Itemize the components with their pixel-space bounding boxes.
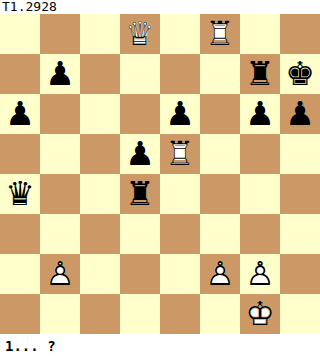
square-c1[interactable] — [80, 294, 120, 334]
square-b4[interactable] — [40, 174, 80, 214]
black-queen-glyph: ♛ — [0, 174, 40, 214]
square-a7[interactable] — [0, 54, 40, 94]
black-pawn-d5[interactable]: ♟ — [120, 134, 160, 174]
square-d8[interactable]: ♛♕ — [120, 14, 160, 54]
square-g4[interactable] — [240, 174, 280, 214]
square-g3[interactable] — [240, 214, 280, 254]
square-a2[interactable] — [0, 254, 40, 294]
white-king-g1[interactable]: ♚♔ — [240, 294, 280, 334]
black-rook-glyph: ♜ — [120, 174, 160, 214]
square-b6[interactable] — [40, 94, 80, 134]
black-king-h7[interactable]: ♚ — [280, 54, 320, 94]
square-d7[interactable] — [120, 54, 160, 94]
square-b8[interactable] — [40, 14, 80, 54]
black-king-glyph: ♚ — [280, 54, 320, 94]
black-queen-a4[interactable]: ♛ — [0, 174, 40, 214]
square-e2[interactable] — [160, 254, 200, 294]
white-pawn-glyph: ♙ — [240, 254, 280, 294]
black-pawn-h6[interactable]: ♟ — [280, 94, 320, 134]
white-queen-glyph: ♕ — [120, 14, 160, 54]
square-g6[interactable]: ♟ — [240, 94, 280, 134]
square-c8[interactable] — [80, 14, 120, 54]
white-rook-e5[interactable]: ♜♖ — [160, 134, 200, 174]
square-f1[interactable] — [200, 294, 240, 334]
square-d5[interactable]: ♟ — [120, 134, 160, 174]
puzzle-title: T1.2928 — [0, 0, 320, 14]
black-rook-d4[interactable]: ♜ — [120, 174, 160, 214]
black-pawn-b7[interactable]: ♟ — [40, 54, 80, 94]
square-h7[interactable]: ♚ — [280, 54, 320, 94]
square-b1[interactable] — [40, 294, 80, 334]
square-f8[interactable]: ♜♖ — [200, 14, 240, 54]
black-pawn-g6[interactable]: ♟ — [240, 94, 280, 134]
square-a5[interactable] — [0, 134, 40, 174]
white-pawn-glyph: ♙ — [40, 254, 80, 294]
square-h8[interactable] — [280, 14, 320, 54]
square-d3[interactable] — [120, 214, 160, 254]
square-a3[interactable] — [0, 214, 40, 254]
square-d1[interactable] — [120, 294, 160, 334]
square-f3[interactable] — [200, 214, 240, 254]
black-pawn-a6[interactable]: ♟ — [0, 94, 40, 134]
black-pawn-glyph: ♟ — [240, 94, 280, 134]
square-g8[interactable] — [240, 14, 280, 54]
square-f4[interactable] — [200, 174, 240, 214]
square-h5[interactable] — [280, 134, 320, 174]
square-c7[interactable] — [80, 54, 120, 94]
square-c3[interactable] — [80, 214, 120, 254]
square-a8[interactable] — [0, 14, 40, 54]
white-queen-d8[interactable]: ♛♕ — [120, 14, 160, 54]
black-pawn-glyph: ♟ — [160, 94, 200, 134]
chess-board: ♛♕♜♖♟♜♚♟♟♟♟♟♜♖♛♜♟♙♟♙♟♙♚♔ — [0, 14, 320, 334]
square-h1[interactable] — [280, 294, 320, 334]
white-pawn-b2[interactable]: ♟♙ — [40, 254, 80, 294]
black-pawn-glyph: ♟ — [120, 134, 160, 174]
square-a1[interactable] — [0, 294, 40, 334]
white-rook-glyph: ♖ — [160, 134, 200, 174]
square-c5[interactable] — [80, 134, 120, 174]
square-b3[interactable] — [40, 214, 80, 254]
square-e6[interactable]: ♟ — [160, 94, 200, 134]
square-a6[interactable]: ♟ — [0, 94, 40, 134]
square-e1[interactable] — [160, 294, 200, 334]
black-rook-glyph: ♜ — [240, 54, 280, 94]
square-f2[interactable]: ♟♙ — [200, 254, 240, 294]
white-rook-glyph: ♖ — [200, 14, 240, 54]
square-c6[interactable] — [80, 94, 120, 134]
square-g7[interactable]: ♜ — [240, 54, 280, 94]
square-f5[interactable] — [200, 134, 240, 174]
square-f7[interactable] — [200, 54, 240, 94]
square-d6[interactable] — [120, 94, 160, 134]
square-h6[interactable]: ♟ — [280, 94, 320, 134]
square-d4[interactable]: ♜ — [120, 174, 160, 214]
square-h3[interactable] — [280, 214, 320, 254]
square-e3[interactable] — [160, 214, 200, 254]
square-g2[interactable]: ♟♙ — [240, 254, 280, 294]
square-a4[interactable]: ♛ — [0, 174, 40, 214]
black-pawn-e6[interactable]: ♟ — [160, 94, 200, 134]
move-prompt: 1... ? — [0, 334, 320, 360]
white-rook-f8[interactable]: ♜♖ — [200, 14, 240, 54]
square-c2[interactable] — [80, 254, 120, 294]
square-d2[interactable] — [120, 254, 160, 294]
chess-puzzle-app: T1.2928 ♛♕♜♖♟♜♚♟♟♟♟♟♜♖♛♜♟♙♟♙♟♙♚♔ 1... ? — [0, 0, 320, 360]
black-pawn-glyph: ♟ — [280, 94, 320, 134]
square-b2[interactable]: ♟♙ — [40, 254, 80, 294]
white-pawn-g2[interactable]: ♟♙ — [240, 254, 280, 294]
square-e5[interactable]: ♜♖ — [160, 134, 200, 174]
square-b5[interactable] — [40, 134, 80, 174]
square-h2[interactable] — [280, 254, 320, 294]
square-c4[interactable] — [80, 174, 120, 214]
white-pawn-glyph: ♙ — [200, 254, 240, 294]
white-king-glyph: ♔ — [240, 294, 280, 334]
white-pawn-f2[interactable]: ♟♙ — [200, 254, 240, 294]
square-e8[interactable] — [160, 14, 200, 54]
black-pawn-glyph: ♟ — [40, 54, 80, 94]
black-pawn-glyph: ♟ — [0, 94, 40, 134]
square-e4[interactable] — [160, 174, 200, 214]
square-h4[interactable] — [280, 174, 320, 214]
square-f6[interactable] — [200, 94, 240, 134]
square-g1[interactable]: ♚♔ — [240, 294, 280, 334]
square-g5[interactable] — [240, 134, 280, 174]
black-rook-g7[interactable]: ♜ — [240, 54, 280, 94]
square-b7[interactable]: ♟ — [40, 54, 80, 94]
square-e7[interactable] — [160, 54, 200, 94]
